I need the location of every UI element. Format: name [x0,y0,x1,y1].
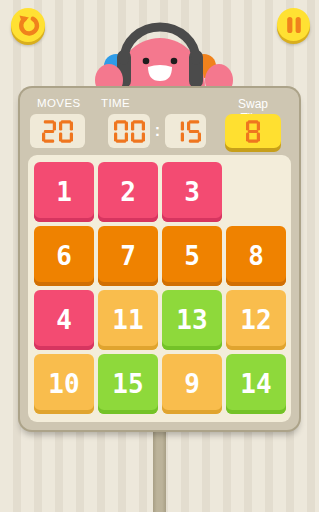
tile-7[interactable]: 7 [98,226,158,286]
restart-button[interactable] [11,8,45,42]
moves-counter [30,114,85,148]
time-colon: : [150,114,165,148]
tile-4[interactable]: 4 [34,290,94,350]
tile-13[interactable]: 13 [162,290,222,350]
tile-5[interactable]: 5 [162,226,222,286]
tile-3[interactable]: 3 [162,162,222,222]
time-seconds-display [165,114,206,148]
moves-label: MOVES [37,97,81,109]
pause-button[interactable] [277,8,310,41]
puzzle-grid: 123675841113121015914 [34,162,286,414]
restart-icon [17,14,40,37]
tile-12[interactable]: 12 [226,290,286,350]
mascot-left-eye [143,58,150,65]
tile-10[interactable]: 10 [34,354,94,414]
puzzle-board: MOVES TIME Swap Tiles : 1236758411131210… [20,88,299,430]
tile-9[interactable]: 9 [162,354,222,414]
empty-cell [226,162,286,222]
mascot-right-eye [171,58,178,65]
tile-1[interactable]: 1 [34,162,94,222]
tile-14[interactable]: 14 [226,354,286,414]
mascot-character [80,22,240,90]
time-minutes-display [108,114,150,148]
time-label: TIME [101,97,130,109]
swap-tiles-button[interactable] [225,114,281,148]
tile-area: 123675841113121015914 [28,155,291,422]
tile-11[interactable]: 11 [98,290,158,350]
pause-icon [285,16,303,34]
tile-15[interactable]: 15 [98,354,158,414]
game-screen: MOVES TIME Swap Tiles : 1236758411131210… [0,0,319,512]
board-stand-pole [153,428,166,512]
tile-2[interactable]: 2 [98,162,158,222]
tile-6[interactable]: 6 [34,226,94,286]
tile-8[interactable]: 8 [226,226,286,286]
